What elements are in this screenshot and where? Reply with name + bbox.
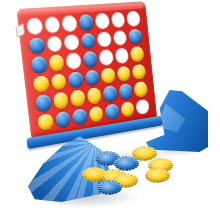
cell-r1-c6[interactable] [111, 12, 126, 28]
cell-r1-c1[interactable] [26, 17, 43, 35]
connect-four-product-photo [0, 0, 220, 220]
cell-r2-c6[interactable] [113, 30, 128, 46]
cell-r1-c3[interactable] [61, 15, 77, 32]
cell-r5-c5[interactable] [103, 85, 118, 102]
cell-r5-c7[interactable] [134, 81, 148, 98]
cell-r2-c1[interactable] [28, 37, 45, 55]
cell-r6-c4[interactable] [88, 105, 103, 123]
cell-r3-c2[interactable] [48, 54, 64, 72]
board-grid [16, 1, 157, 138]
cell-r2-c2[interactable] [46, 35, 63, 52]
cell-r3-c7[interactable] [130, 46, 144, 62]
cell-r4-c6[interactable] [117, 65, 132, 82]
cell-r2-c3[interactable] [63, 34, 79, 51]
cell-r3-c1[interactable] [30, 56, 47, 74]
cell-r6-c3[interactable] [72, 108, 88, 126]
cell-r5-c3[interactable] [70, 89, 86, 107]
cell-r1-c5[interactable] [95, 13, 110, 29]
cell-r1-c7[interactable] [126, 11, 140, 27]
cell-r4-c4[interactable] [84, 69, 100, 86]
cell-r4-c1[interactable] [33, 75, 50, 93]
cell-r5-c2[interactable] [53, 92, 69, 110]
cell-r1-c4[interactable] [78, 14, 94, 31]
cell-r4-c2[interactable] [50, 73, 66, 91]
cell-r6-c7[interactable] [136, 98, 150, 115]
cell-r3-c6[interactable] [115, 47, 130, 64]
board-assembly [16, 1, 158, 148]
cell-r4-c7[interactable] [132, 63, 146, 79]
cell-r6-c1[interactable] [37, 113, 54, 131]
cell-r5-c1[interactable] [35, 94, 52, 112]
cell-r5-c4[interactable] [86, 87, 101, 104]
cell-r2-c4[interactable] [80, 32, 96, 49]
cell-r3-c4[interactable] [82, 51, 98, 68]
cell-r1-c2[interactable] [44, 16, 61, 33]
loose-disc-9-yellow[interactable] [144, 168, 171, 184]
cell-r4-c5[interactable] [101, 67, 116, 84]
cell-r2-c5[interactable] [97, 31, 112, 48]
cell-r6-c6[interactable] [120, 101, 135, 118]
cell-r2-c7[interactable] [128, 28, 142, 44]
cell-r5-c6[interactable] [118, 83, 133, 100]
cell-r3-c5[interactable] [99, 49, 114, 66]
cell-r4-c3[interactable] [68, 71, 84, 88]
cell-r6-c2[interactable] [55, 110, 71, 128]
cell-r6-c5[interactable] [105, 103, 120, 120]
cell-r3-c3[interactable] [66, 52, 82, 69]
